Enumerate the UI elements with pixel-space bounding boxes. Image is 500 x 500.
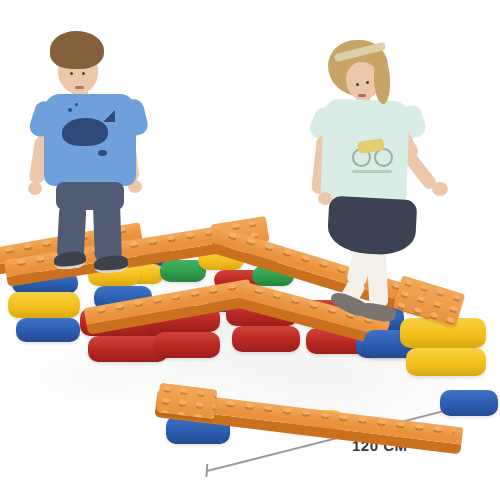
- boy-whale-spout: [68, 108, 72, 112]
- boy-eye: [82, 72, 85, 75]
- brick-red: [154, 332, 220, 358]
- boy-hair: [50, 31, 104, 69]
- brick-blue: [440, 390, 498, 416]
- boy-mouth: [75, 86, 84, 89]
- boy-hand: [28, 182, 42, 195]
- brick-blue: [16, 318, 80, 342]
- boy-eye: [70, 72, 73, 75]
- product-photo: 120 CM: [0, 0, 500, 500]
- girl-hair-strand: [374, 58, 390, 104]
- girl-hand: [432, 182, 448, 196]
- girl-eye: [366, 81, 369, 84]
- brick-yellow: [406, 348, 486, 376]
- girl-print-text: [352, 170, 392, 173]
- boy-fish-print: [98, 150, 107, 156]
- girl-eye: [356, 83, 359, 86]
- girl-hand: [318, 192, 332, 205]
- boy-leg: [93, 204, 122, 263]
- brick-yellow: [8, 292, 80, 318]
- boy-whale-print: [62, 118, 108, 146]
- girl-leg: [366, 248, 388, 309]
- brick-red: [232, 326, 300, 352]
- boy-whale-spout: [75, 103, 78, 106]
- girl-mouth: [358, 94, 366, 97]
